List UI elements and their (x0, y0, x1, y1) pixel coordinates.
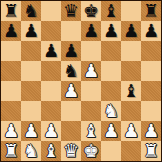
piece-white-pawn[interactable]: ♟ (3, 121, 19, 141)
square-b2[interactable]: ♟ (21, 121, 41, 141)
square-g6[interactable] (121, 41, 141, 61)
square-b8[interactable]: ♞ (21, 1, 41, 21)
piece-white-bishop[interactable]: ♝ (43, 141, 59, 161)
square-c5[interactable] (41, 61, 61, 81)
square-h1[interactable]: ♜ (141, 141, 161, 161)
piece-white-queen[interactable]: ♛ (63, 141, 79, 161)
piece-white-rook[interactable]: ♜ (143, 141, 159, 161)
piece-black-knight[interactable]: ♞ (63, 61, 79, 81)
square-f1[interactable] (101, 141, 121, 161)
square-d5[interactable]: ♞ (61, 61, 81, 81)
square-f3[interactable]: ♞ (101, 101, 121, 121)
piece-white-pawn[interactable]: ♟ (83, 61, 99, 81)
square-a5[interactable] (1, 61, 21, 81)
square-g5[interactable] (121, 61, 141, 81)
piece-white-pawn[interactable]: ♟ (63, 81, 79, 101)
square-f5[interactable] (101, 61, 121, 81)
piece-white-knight[interactable]: ♞ (23, 141, 39, 161)
square-a2[interactable]: ♟ (1, 121, 21, 141)
square-d3[interactable] (61, 101, 81, 121)
square-d7[interactable] (61, 21, 81, 41)
square-b6[interactable] (21, 41, 41, 61)
square-h5[interactable] (141, 61, 161, 81)
square-a7[interactable]: ♟ (1, 21, 21, 41)
square-c3[interactable] (41, 101, 61, 121)
square-c4[interactable] (41, 81, 61, 101)
piece-black-rook[interactable]: ♜ (143, 1, 159, 21)
square-b7[interactable]: ♟ (21, 21, 41, 41)
chess-board-window: ♜♞♛♚♝♜♟♟♟♟♟♟♟♟♞♟♟♝♞♟♟♟♝♟♟♟♜♞♝♛♚♜ (0, 0, 162, 162)
square-a3[interactable] (1, 101, 21, 121)
piece-black-pawn[interactable]: ♟ (63, 41, 79, 61)
piece-black-pawn[interactable]: ♟ (103, 21, 119, 41)
square-d4[interactable]: ♟ (61, 81, 81, 101)
square-d8[interactable]: ♛ (61, 1, 81, 21)
chess-board: ♜♞♛♚♝♜♟♟♟♟♟♟♟♟♞♟♟♝♞♟♟♟♝♟♟♟♜♞♝♛♚♜ (0, 0, 162, 162)
piece-white-pawn[interactable]: ♟ (23, 121, 39, 141)
square-c2[interactable]: ♟ (41, 121, 61, 141)
square-g4[interactable]: ♝ (121, 81, 141, 101)
square-b5[interactable] (21, 61, 41, 81)
square-h2[interactable]: ♟ (141, 121, 161, 141)
piece-white-pawn[interactable]: ♟ (143, 121, 159, 141)
square-g2[interactable]: ♟ (121, 121, 141, 141)
piece-white-bishop[interactable]: ♝ (83, 121, 99, 141)
square-b4[interactable] (21, 81, 41, 101)
piece-black-pawn[interactable]: ♟ (123, 21, 139, 41)
piece-white-king[interactable]: ♚ (83, 141, 99, 161)
square-c6[interactable]: ♟ (41, 41, 61, 61)
square-g3[interactable] (121, 101, 141, 121)
square-a8[interactable]: ♜ (1, 1, 21, 21)
piece-white-rook[interactable]: ♜ (3, 141, 19, 161)
piece-white-knight[interactable]: ♞ (103, 101, 119, 121)
square-f8[interactable]: ♝ (101, 1, 121, 21)
square-e4[interactable] (81, 81, 101, 101)
square-h6[interactable] (141, 41, 161, 61)
piece-white-pawn[interactable]: ♟ (103, 121, 119, 141)
square-a6[interactable] (1, 41, 21, 61)
square-d6[interactable]: ♟ (61, 41, 81, 61)
square-f6[interactable] (101, 41, 121, 61)
square-f4[interactable] (101, 81, 121, 101)
square-c7[interactable] (41, 21, 61, 41)
piece-black-bishop[interactable]: ♝ (123, 81, 139, 101)
square-g7[interactable]: ♟ (121, 21, 141, 41)
piece-black-knight[interactable]: ♞ (23, 1, 39, 21)
square-h8[interactable]: ♜ (141, 1, 161, 21)
piece-black-king[interactable]: ♚ (83, 1, 99, 21)
piece-black-pawn[interactable]: ♟ (3, 21, 19, 41)
square-g8[interactable] (121, 1, 141, 21)
square-d2[interactable] (61, 121, 81, 141)
piece-white-pawn[interactable]: ♟ (43, 121, 59, 141)
square-e2[interactable]: ♝ (81, 121, 101, 141)
square-e8[interactable]: ♚ (81, 1, 101, 21)
square-e7[interactable]: ♟ (81, 21, 101, 41)
square-c1[interactable]: ♝ (41, 141, 61, 161)
piece-black-pawn[interactable]: ♟ (143, 21, 159, 41)
square-a4[interactable] (1, 81, 21, 101)
piece-black-bishop[interactable]: ♝ (103, 1, 119, 21)
square-a1[interactable]: ♜ (1, 141, 21, 161)
piece-white-pawn[interactable]: ♟ (123, 121, 139, 141)
square-f2[interactable]: ♟ (101, 121, 121, 141)
piece-black-pawn[interactable]: ♟ (23, 21, 39, 41)
square-g1[interactable] (121, 141, 141, 161)
square-f7[interactable]: ♟ (101, 21, 121, 41)
piece-black-pawn[interactable]: ♟ (83, 21, 99, 41)
square-e6[interactable] (81, 41, 101, 61)
square-e3[interactable] (81, 101, 101, 121)
square-b1[interactable]: ♞ (21, 141, 41, 161)
square-e5[interactable]: ♟ (81, 61, 101, 81)
square-d1[interactable]: ♛ (61, 141, 81, 161)
square-b3[interactable] (21, 101, 41, 121)
square-e1[interactable]: ♚ (81, 141, 101, 161)
piece-black-rook[interactable]: ♜ (3, 1, 19, 21)
square-h7[interactable]: ♟ (141, 21, 161, 41)
square-h4[interactable] (141, 81, 161, 101)
square-c8[interactable] (41, 1, 61, 21)
piece-black-queen[interactable]: ♛ (63, 1, 79, 21)
square-h3[interactable] (141, 101, 161, 121)
piece-black-pawn[interactable]: ♟ (43, 41, 59, 61)
